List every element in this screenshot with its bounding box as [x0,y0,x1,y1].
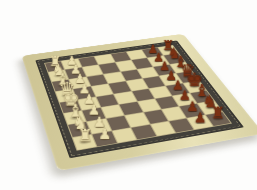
board-frame: ♜♟♟♜♞♟♟♞♝♟♟♝♛♟♟♛♚♟♟♚♝♟♟♝♞♟♟♞♜♟♟♜ [35,41,244,159]
rook-glyph: ♜ [71,128,98,145]
chess-mat: ♜♟♟♜♞♟♟♞♝♟♟♝♛♟♟♛♚♟♟♚♝♟♟♝♞♟♟♞♜♟♟♜ [21,34,257,171]
pawn-glyph: ♟ [187,111,213,125]
square-h1[interactable]: ♜ [73,134,97,150]
chess-board[interactable]: ♜♟♟♜♞♟♟♞♝♟♟♝♛♟♟♛♚♟♟♚♝♟♟♝♞♟♟♞♜♟♟♜ [44,45,232,151]
square-d5[interactable] [126,79,148,91]
scene: ♜♟♟♜♞♟♟♞♝♟♟♝♛♟♟♛♚♟♟♚♝♟♟♝♞♟♟♞♜♟♟♜ [0,0,257,190]
chess-set-photo: ♜♟♟♜♞♟♟♞♝♟♟♝♛♟♟♛♚♟♟♚♝♟♟♝♞♟♟♞♜♟♟♜ [0,0,257,190]
